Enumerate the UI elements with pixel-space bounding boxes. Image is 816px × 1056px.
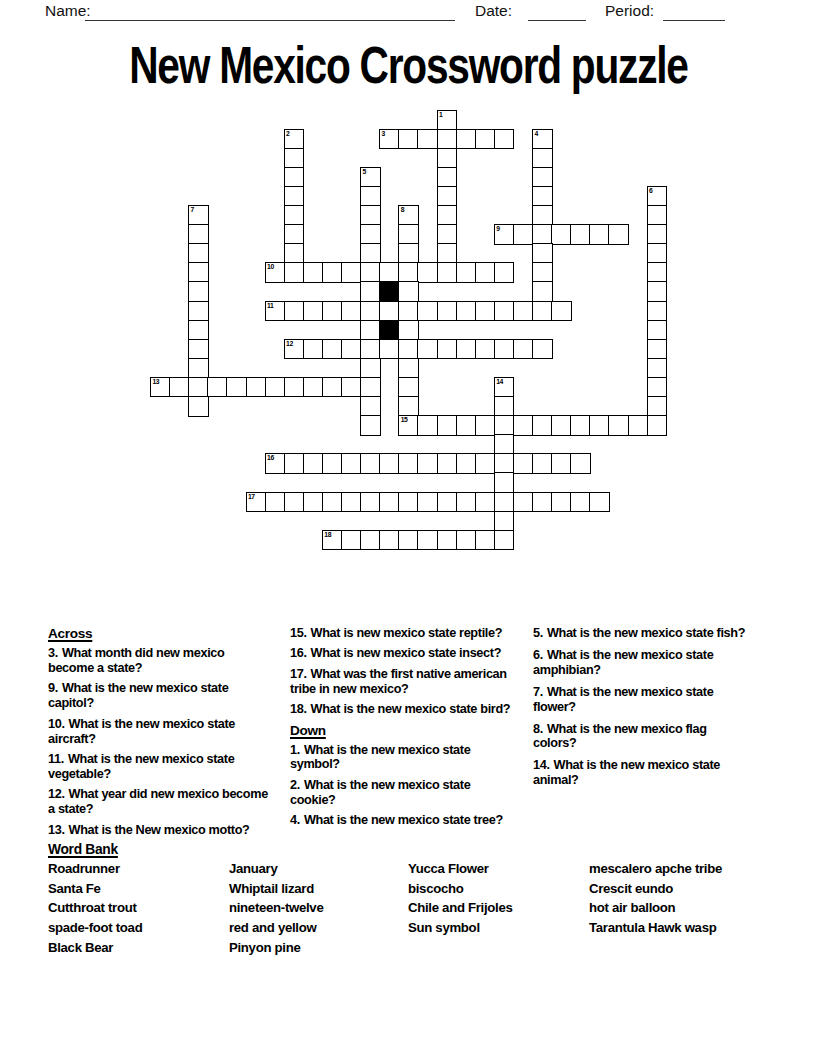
grid-cell[interactable]: [475, 301, 496, 322]
grid-cell[interactable]: [188, 320, 209, 341]
word-bank-column-4: mescalero apche tribe Crescit eundo hot …: [589, 862, 767, 941]
grid-cell[interactable]: [475, 415, 496, 436]
cell-number-14: 14: [496, 379, 503, 386]
clue-text: What is the new mexico state animal?: [533, 758, 720, 787]
cell-number-10: 10: [267, 264, 274, 271]
clue-across-17: 17.What was the first native american tr…: [290, 667, 534, 697]
grid-cell[interactable]: [647, 415, 668, 436]
grid-cell[interactable]: [513, 301, 534, 322]
grid-cell[interactable]: [647, 358, 668, 379]
grid-cell[interactable]: [456, 453, 477, 474]
cell-number-6: 6: [649, 188, 652, 195]
clue-text: What is the new mexico state cookie?: [290, 778, 470, 807]
grid-cell[interactable]: [647, 301, 668, 322]
grid-cell[interactable]: [322, 301, 343, 322]
word-bank-item: red and yellow: [229, 921, 407, 934]
grid-cell[interactable]: [437, 492, 458, 513]
grid-cell[interactable]: [188, 358, 209, 379]
grid-cell[interactable]: [188, 339, 209, 360]
word-bank-column-3: Yucca Flower biscocho Chile and Frijoles…: [408, 862, 586, 941]
grid-cell[interactable]: [398, 358, 419, 379]
grid-cell[interactable]: [628, 415, 649, 436]
grid-cell[interactable]: [475, 453, 496, 474]
grid-cell[interactable]: [608, 415, 629, 436]
date-label: Date:: [475, 2, 512, 20]
grid-cell[interactable]: [322, 453, 343, 474]
grid-cell[interactable]: [437, 453, 458, 474]
cell-number-9: 9: [496, 226, 499, 233]
clue-text: What is the New mexico motto?: [69, 823, 250, 837]
grid-cell[interactable]: [284, 167, 305, 188]
grid-cell[interactable]: [532, 224, 553, 245]
grid-cell[interactable]: [303, 339, 324, 360]
black-cell: [379, 281, 400, 302]
grid-cell[interactable]: [398, 339, 419, 360]
clue-text: What is the new mexico state tree?: [304, 813, 503, 827]
grid-cell[interactable]: [456, 129, 477, 150]
cell-number-8: 8: [401, 207, 404, 214]
grid-cell[interactable]: [284, 262, 305, 283]
word-bank-heading: Word Bank: [48, 842, 118, 857]
grid-cell[interactable]: [398, 453, 419, 474]
grid-cell[interactable]: [360, 243, 381, 264]
clue-number: 9.: [48, 681, 58, 695]
clue-number: 13.: [48, 823, 65, 837]
grid-cell[interactable]: [513, 339, 534, 360]
grid-cell[interactable]: [513, 453, 534, 474]
clue-down-14: 14.What is the new mexico state animal?: [533, 758, 781, 788]
grid-cell[interactable]: [379, 339, 400, 360]
grid-cell[interactable]: [551, 224, 572, 245]
clue-across-18: 18.What is the new mexico state bird?: [290, 702, 534, 717]
grid-cell[interactable]: [551, 415, 572, 436]
cell-number-3: 3: [382, 131, 385, 138]
grid-cell[interactable]: [456, 339, 477, 360]
grid-cell[interactable]: [513, 492, 534, 513]
grid-cell[interactable]: [570, 492, 591, 513]
grid-cell[interactable]: [456, 530, 477, 551]
grid-cell[interactable]: [226, 377, 247, 398]
grid-cell[interactable]: [589, 224, 610, 245]
grid-cell[interactable]: [437, 530, 458, 551]
grid-cell[interactable]: [284, 148, 305, 169]
grid-cell[interactable]: [551, 492, 572, 513]
grid-cell[interactable]: [284, 224, 305, 245]
grid-cell[interactable]: [417, 301, 438, 322]
grid-cell[interactable]: [360, 377, 381, 398]
grid-cell[interactable]: [417, 530, 438, 551]
word-bank-item: Cutthroat trout: [48, 901, 226, 914]
clue-number: 8.: [533, 722, 543, 736]
grid-cell[interactable]: [437, 262, 458, 283]
grid-cell[interactable]: [494, 472, 515, 493]
grid-cell[interactable]: [647, 281, 668, 302]
grid-cell[interactable]: [284, 243, 305, 264]
grid-cell[interactable]: [551, 453, 572, 474]
clue-number: 14.: [533, 758, 550, 772]
grid-cell[interactable]: [360, 301, 381, 322]
grid-cell[interactable]: [398, 262, 419, 283]
grid-cell[interactable]: [341, 301, 362, 322]
grid-cell[interactable]: [417, 262, 438, 283]
grid-cell[interactable]: [437, 301, 458, 322]
grid-cell[interactable]: [647, 243, 668, 264]
clue-number: 17.: [290, 667, 307, 681]
grid-cell[interactable]: [456, 262, 477, 283]
word-bank-item: Roadrunner: [48, 862, 226, 875]
clue-number: 5.: [533, 626, 543, 640]
clues-column-1: Across 3.What month did new mexico becom…: [48, 626, 292, 843]
grid-cell[interactable]: [647, 224, 668, 245]
clue-number: 10.: [48, 717, 65, 731]
grid-cell[interactable]: [284, 492, 305, 513]
grid-cell[interactable]: [532, 243, 553, 264]
grid-cell[interactable]: [437, 129, 458, 150]
grid-cell[interactable]: [475, 339, 496, 360]
word-bank-item: Sun symbol: [408, 921, 586, 934]
grid-cell[interactable]: [284, 186, 305, 207]
grid-cell[interactable]: [379, 530, 400, 551]
grid-cell[interactable]: [417, 492, 438, 513]
grid-cell[interactable]: [398, 281, 419, 302]
grid-cell[interactable]: [532, 301, 553, 322]
grid-cell[interactable]: [494, 453, 515, 474]
grid-cell[interactable]: [207, 377, 228, 398]
word-bank-item: biscocho: [408, 882, 586, 895]
grid-cell[interactable]: [284, 205, 305, 226]
grid-cell[interactable]: [360, 492, 381, 513]
grid-cell[interactable]: [494, 511, 515, 532]
clue-across-3: 3.What month did new mexico become a sta…: [48, 646, 292, 676]
clue-text: What is new mexico state insect?: [311, 646, 501, 660]
grid-cell[interactable]: [494, 434, 515, 455]
cell-number-1: 1: [439, 112, 442, 119]
grid-cell[interactable]: [398, 530, 419, 551]
page-title: New Mexico Crossword puzzle: [129, 36, 687, 94]
grid-cell[interactable]: [570, 415, 591, 436]
clue-text: What is the new mexico state capitol?: [48, 681, 228, 710]
grid-cell[interactable]: [494, 301, 515, 322]
grid-cell[interactable]: [437, 224, 458, 245]
grid-cell[interactable]: [494, 339, 515, 360]
clue-text: What is the new mexico state aircraft?: [48, 717, 235, 746]
grid-cell[interactable]: [360, 281, 381, 302]
grid-cell[interactable]: [532, 281, 553, 302]
clue-number: 18.: [290, 702, 307, 716]
grid-cell[interactable]: [494, 415, 515, 436]
grid-cell[interactable]: [188, 262, 209, 283]
grid-cell[interactable]: [360, 262, 381, 283]
clue-down-1: 1.What is the new mexico state symbol?: [290, 743, 534, 773]
cell-number-11: 11: [267, 303, 273, 310]
grid-cell[interactable]: [284, 377, 305, 398]
grid-cell[interactable]: [398, 320, 419, 341]
word-bank-item: Santa Fe: [48, 882, 226, 895]
grid-cell[interactable]: [322, 262, 343, 283]
down-heading: Down: [290, 723, 534, 738]
grid-cell[interactable]: [322, 377, 343, 398]
grid-cell[interactable]: [169, 377, 190, 398]
grid-cell[interactable]: [360, 205, 381, 226]
grid-cell[interactable]: [417, 453, 438, 474]
grid-cell[interactable]: [647, 377, 668, 398]
grid-cell[interactable]: [437, 167, 458, 188]
name-blank-line[interactable]: [85, 20, 455, 21]
grid-cell[interactable]: [322, 492, 343, 513]
grid-cell[interactable]: [341, 492, 362, 513]
grid-cell[interactable]: [417, 129, 438, 150]
black-cell: [379, 320, 400, 341]
clue-number: 6.: [533, 648, 543, 662]
grid-cell[interactable]: [398, 396, 419, 417]
word-bank-item: January: [229, 862, 407, 875]
grid-cell[interactable]: [398, 224, 419, 245]
word-bank-item: Pinyon pine: [229, 941, 407, 954]
clue-across-11: 11.What is the new mexico state vegetabl…: [48, 752, 292, 782]
cell-number-7: 7: [191, 207, 194, 214]
grid-cell[interactable]: [188, 243, 209, 264]
grid-cell[interactable]: [494, 129, 515, 150]
grid-cell[interactable]: [360, 453, 381, 474]
clue-number: 1.: [290, 743, 300, 757]
clue-across-12: 12.What year did new mexico become a sta…: [48, 787, 292, 817]
grid-cell[interactable]: [494, 262, 515, 283]
grid-cell[interactable]: [360, 396, 381, 417]
grid-cell[interactable]: [437, 339, 458, 360]
grid-cell[interactable]: [513, 224, 534, 245]
grid-cell[interactable]: [532, 492, 553, 513]
clue-text: What was the first native american tribe…: [290, 667, 507, 696]
grid-cell[interactable]: [398, 301, 419, 322]
grid-cell[interactable]: [532, 415, 553, 436]
cell-number-17: 17: [248, 494, 255, 501]
grid-cell[interactable]: [379, 453, 400, 474]
grid-cell[interactable]: [437, 243, 458, 264]
grid-cell[interactable]: [360, 358, 381, 379]
grid-cell[interactable]: [570, 453, 591, 474]
clue-number: 2.: [290, 778, 300, 792]
grid-cell[interactable]: [551, 301, 572, 322]
period-blank-line[interactable]: [663, 20, 725, 21]
word-bank-item: Black Bear: [48, 941, 226, 954]
clue-down-8: 8.What is the new mexico flag colors?: [533, 722, 781, 752]
grid-cell[interactable]: [532, 167, 553, 188]
clue-down-6: 6.What is the new mexico state amphibian…: [533, 648, 781, 678]
grid-cell[interactable]: [303, 492, 324, 513]
grid-cell[interactable]: [494, 396, 515, 417]
grid-cell[interactable]: [303, 262, 324, 283]
word-bank-column-2: January Whiptail lizard nineteen-twelve …: [229, 862, 407, 961]
grid-cell[interactable]: [647, 262, 668, 283]
grid-cell[interactable]: [303, 377, 324, 398]
cell-number-18: 18: [324, 532, 331, 539]
grid-cell[interactable]: [341, 530, 362, 551]
cell-number-12: 12: [286, 341, 293, 348]
clue-text: What is the new mexico state flower?: [533, 685, 713, 714]
clue-number: 12.: [48, 787, 65, 801]
clue-text: What is the new mexico state amphibian?: [533, 648, 713, 677]
word-bank-item: Tarantula Hawk wasp: [589, 921, 767, 934]
clue-across-13: 13.What is the New mexico motto?: [48, 823, 292, 838]
clue-text: What is the new mexico state bird?: [311, 702, 511, 716]
cell-number-4: 4: [534, 131, 537, 138]
clue-number: 16.: [290, 646, 307, 660]
grid-cell[interactable]: [494, 492, 515, 513]
grid-cell[interactable]: [188, 281, 209, 302]
grid-cell[interactable]: [456, 492, 477, 513]
cell-number-16: 16: [267, 455, 274, 462]
clue-number: 4.: [290, 813, 300, 827]
cell-number-2: 2: [286, 131, 289, 138]
grid-cell[interactable]: [398, 129, 419, 150]
clue-down-4: 4.What is the new mexico state tree?: [290, 813, 534, 828]
grid-cell[interactable]: [398, 243, 419, 264]
grid-cell[interactable]: [570, 224, 591, 245]
grid-cell[interactable]: [246, 377, 267, 398]
clue-across-9: 9.What is the new mexico state capitol?: [48, 681, 292, 711]
clue-text: What month did new mexico become a state…: [48, 646, 224, 675]
word-bank-item: spade-foot toad: [48, 921, 226, 934]
grid-cell[interactable]: [456, 301, 477, 322]
clue-number: 3.: [48, 646, 58, 660]
cell-number-13: 13: [152, 379, 159, 386]
grid-cell[interactable]: [284, 453, 305, 474]
grid-cell[interactable]: [188, 396, 209, 417]
word-bank-item: Yucca Flower: [408, 862, 586, 875]
clue-across-10: 10.What is the new mexico state aircraft…: [48, 717, 292, 747]
clue-text: What is the new mexico state symbol?: [290, 743, 470, 772]
grid-cell[interactable]: [265, 492, 286, 513]
name-label: Name:: [45, 2, 91, 20]
grid-cell[interactable]: [284, 301, 305, 322]
period-label: Period:: [605, 2, 654, 20]
grid-cell[interactable]: [303, 453, 324, 474]
grid-cell[interactable]: [532, 186, 553, 207]
clue-across-16: 16.What is new mexico state insect?: [290, 646, 534, 661]
grid-cell[interactable]: [360, 339, 381, 360]
grid-cell[interactable]: [437, 186, 458, 207]
grid-cell[interactable]: [188, 301, 209, 322]
clue-text: What is the new mexico flag colors?: [533, 722, 707, 751]
grid-cell[interactable]: [532, 148, 553, 169]
grid-cell[interactable]: [475, 530, 496, 551]
grid-cell[interactable]: [360, 530, 381, 551]
grid-cell[interactable]: [513, 415, 534, 436]
grid-cell[interactable]: [188, 377, 209, 398]
date-blank-line[interactable]: [528, 20, 586, 21]
grid-cell[interactable]: [456, 415, 477, 436]
grid-cell[interactable]: [647, 205, 668, 226]
grid-cell[interactable]: [360, 186, 381, 207]
cell-number-15: 15: [401, 417, 408, 424]
clue-down-7: 7.What is the new mexico state flower?: [533, 685, 781, 715]
grid-cell[interactable]: [417, 339, 438, 360]
grid-cell[interactable]: [360, 320, 381, 341]
grid-cell[interactable]: [647, 320, 668, 341]
word-bank-item: Whiptail lizard: [229, 882, 407, 895]
grid-cell[interactable]: [379, 301, 400, 322]
word-bank-item: Crescit eundo: [589, 882, 767, 895]
grid-cell[interactable]: [360, 415, 381, 436]
grid-cell[interactable]: [532, 262, 553, 283]
grid-cell[interactable]: [608, 224, 629, 245]
clue-text: What year did new mexico become a state?: [48, 787, 268, 816]
grid-cell[interactable]: [398, 377, 419, 398]
page-title-wrap: New Mexico Crossword puzzle: [0, 36, 816, 92]
clue-down-5: 5.What is the new mexico state fish?: [533, 626, 781, 641]
grid-cell[interactable]: [341, 377, 362, 398]
grid-cell[interactable]: [379, 262, 400, 283]
clue-number: 7.: [533, 685, 543, 699]
word-bank-item: Chile and Frijoles: [408, 901, 586, 914]
grid-cell[interactable]: [475, 262, 496, 283]
grid-cell[interactable]: [437, 205, 458, 226]
clue-text: What is the new mexico state vegetable?: [48, 752, 234, 781]
grid-cell[interactable]: [475, 129, 496, 150]
grid-cell[interactable]: [322, 339, 343, 360]
word-bank-item: nineteen-twelve: [229, 901, 407, 914]
word-bank-item: hot air balloon: [589, 901, 767, 914]
grid-cell[interactable]: [341, 339, 362, 360]
grid-cell[interactable]: [494, 530, 515, 551]
clue-across-15: 15.What is new mexico state reptile?: [290, 626, 534, 641]
grid-cell[interactable]: [647, 396, 668, 417]
word-bank-column-1: Roadrunner Santa Fe Cutthroat trout spad…: [48, 862, 226, 961]
clue-number: 15.: [290, 626, 307, 640]
clue-down-2: 2.What is the new mexico state cookie?: [290, 778, 534, 808]
grid-cell[interactable]: [398, 492, 419, 513]
crossword-grid: 123456789101112131415161718: [150, 110, 667, 551]
grid-cell[interactable]: [589, 492, 610, 513]
grid-cell[interactable]: [532, 453, 553, 474]
grid-cell[interactable]: [379, 492, 400, 513]
clues-column-3: 5.What is the new mexico state fish? 6.W…: [533, 626, 781, 795]
grid-cell[interactable]: [341, 262, 362, 283]
cell-number-5: 5: [363, 169, 366, 176]
grid-cell[interactable]: [475, 492, 496, 513]
grid-cell[interactable]: [341, 453, 362, 474]
grid-cell[interactable]: [589, 415, 610, 436]
word-bank-item: mescalero apche tribe: [589, 862, 767, 875]
grid-cell[interactable]: [437, 415, 458, 436]
grid-cell[interactable]: [360, 224, 381, 245]
clue-text: What is new mexico state reptile?: [311, 626, 503, 640]
grid-cell[interactable]: [303, 301, 324, 322]
grid-cell[interactable]: [532, 339, 553, 360]
grid-cell[interactable]: [437, 148, 458, 169]
clue-number: 11.: [48, 752, 64, 766]
grid-cell[interactable]: [265, 377, 286, 398]
grid-cell[interactable]: [647, 339, 668, 360]
grid-cell[interactable]: [188, 224, 209, 245]
across-heading: Across: [48, 626, 292, 641]
grid-cell[interactable]: [417, 415, 438, 436]
grid-cell[interactable]: [532, 205, 553, 226]
clue-text: What is the new mexico state fish?: [547, 626, 745, 640]
clues-column-2: 15.What is new mexico state reptile? 16.…: [290, 626, 534, 834]
